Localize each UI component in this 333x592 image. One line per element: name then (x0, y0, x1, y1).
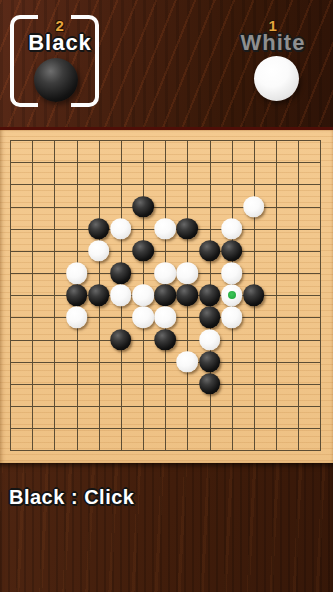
stone-white (132, 284, 154, 306)
stone-black (199, 373, 221, 395)
status-message: Black : Click (9, 486, 134, 509)
stone-black (199, 351, 221, 373)
stone-white (243, 196, 265, 218)
stone-white (154, 262, 176, 284)
grid-line-horizontal (10, 450, 321, 451)
black-player-name: Black (0, 30, 120, 56)
stone-black (110, 329, 132, 351)
game-board[interactable] (0, 127, 333, 463)
grid-line-horizontal (10, 428, 321, 429)
stone-white (66, 307, 88, 329)
stone-white (177, 351, 199, 373)
stone-black (132, 240, 154, 262)
stone-white (110, 218, 132, 240)
stone-white (132, 307, 154, 329)
stone-white (154, 307, 176, 329)
stone-black (154, 329, 176, 351)
grid-line-horizontal (10, 362, 321, 363)
stone-black (177, 284, 199, 306)
grid-line-vertical (276, 140, 277, 451)
stone-black (199, 240, 221, 262)
black-stone-preview (34, 58, 78, 102)
score-header: 2 Black 1 White (0, 0, 333, 127)
last-move-marker (228, 291, 236, 299)
white-player-name: White (213, 30, 333, 56)
stone-white (88, 240, 110, 262)
stone-black (199, 307, 221, 329)
white-stone-preview (254, 56, 299, 101)
grid-line-vertical (320, 140, 321, 451)
grid-line-horizontal (10, 406, 321, 407)
stone-white (110, 284, 132, 306)
stone-black (177, 218, 199, 240)
stone-black (154, 284, 176, 306)
stone-black (243, 284, 265, 306)
grid-line-horizontal (10, 384, 321, 385)
app-root: 2 Black 1 White Black : Click (0, 0, 333, 592)
status-bar: Black : Click (0, 463, 333, 592)
black-player-panel: 2 Black (0, 0, 120, 127)
stone-white (221, 262, 243, 284)
stone-white (221, 307, 243, 329)
stone-black (221, 240, 243, 262)
stone-white (221, 218, 243, 240)
white-player-panel: 1 White (213, 0, 333, 127)
stone-black (110, 262, 132, 284)
stone-black (132, 196, 154, 218)
stone-black (199, 284, 221, 306)
stone-black (88, 284, 110, 306)
grid-line-vertical (298, 140, 299, 451)
stone-white (154, 218, 176, 240)
stone-black (88, 218, 110, 240)
stone-white (199, 329, 221, 351)
stone-black (66, 284, 88, 306)
stone-white (177, 262, 199, 284)
stone-white (66, 262, 88, 284)
